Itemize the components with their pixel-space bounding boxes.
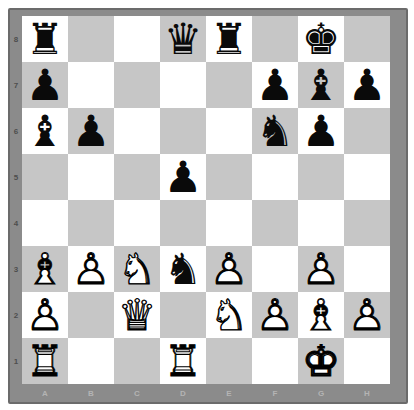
white-rook-outline: ♖ xyxy=(22,338,68,384)
piece-black-pawn[interactable]: ♟ xyxy=(160,154,206,200)
black-knight-glyph: ♞ xyxy=(252,108,298,154)
piece-white-knight[interactable]: ♞♘ xyxy=(114,246,160,292)
piece-black-queen[interactable]: ♛ xyxy=(160,16,206,62)
page-background: 8 7 6 5 4 3 2 1 ♜♛♜♚♟♟♝♟♝♟♞♟♟♝♗♟♙♞♘♞♟♙♟♙… xyxy=(0,0,414,410)
piece-black-pawn[interactable]: ♟ xyxy=(22,62,68,108)
piece-black-pawn[interactable]: ♟ xyxy=(344,62,390,108)
piece-white-rook[interactable]: ♜♖ xyxy=(22,338,68,384)
square-c2[interactable]: ♛♕ xyxy=(114,292,160,338)
file-label-d: D xyxy=(160,384,206,402)
square-h6[interactable] xyxy=(344,108,390,154)
white-pawn-outline: ♙ xyxy=(252,292,298,338)
square-d8[interactable]: ♛ xyxy=(160,16,206,62)
piece-white-pawn[interactable]: ♟♙ xyxy=(298,246,344,292)
square-e8[interactable]: ♜ xyxy=(206,16,252,62)
square-f2[interactable]: ♟♙ xyxy=(252,292,298,338)
rank-label-1: 1 xyxy=(10,338,22,384)
square-g8[interactable]: ♚ xyxy=(298,16,344,62)
file-label-b: B xyxy=(68,384,114,402)
white-bishop-outline: ♗ xyxy=(22,246,68,292)
white-king-outline: ♔ xyxy=(298,338,344,384)
file-labels: A B C D E F G H xyxy=(22,384,390,402)
square-a2[interactable]: ♟♙ xyxy=(22,292,68,338)
file-label-c: C xyxy=(114,384,160,402)
piece-black-knight[interactable]: ♞ xyxy=(252,108,298,154)
square-g4[interactable] xyxy=(298,200,344,246)
piece-black-rook[interactable]: ♜ xyxy=(22,16,68,62)
square-e5[interactable] xyxy=(206,154,252,200)
square-d5[interactable]: ♟ xyxy=(160,154,206,200)
square-e1[interactable] xyxy=(206,338,252,384)
file-label-f: F xyxy=(252,384,298,402)
piece-black-king[interactable]: ♚ xyxy=(298,16,344,62)
square-f1[interactable] xyxy=(252,338,298,384)
square-f7[interactable]: ♟ xyxy=(252,62,298,108)
square-e7[interactable] xyxy=(206,62,252,108)
rank-labels: 8 7 6 5 4 3 2 1 xyxy=(10,16,22,384)
square-a4[interactable] xyxy=(22,200,68,246)
piece-white-pawn[interactable]: ♟♙ xyxy=(344,292,390,338)
white-pawn-outline: ♙ xyxy=(22,292,68,338)
black-rook-glyph: ♜ xyxy=(206,16,252,62)
black-pawn-glyph: ♟ xyxy=(252,62,298,108)
piece-white-pawn[interactable]: ♟♙ xyxy=(68,246,114,292)
piece-white-pawn[interactable]: ♟♙ xyxy=(22,292,68,338)
square-h7[interactable]: ♟ xyxy=(344,62,390,108)
square-b2[interactable] xyxy=(68,292,114,338)
piece-white-knight[interactable]: ♞♘ xyxy=(206,292,252,338)
square-b4[interactable] xyxy=(68,200,114,246)
piece-white-rook[interactable]: ♜♖ xyxy=(160,338,206,384)
square-d2[interactable] xyxy=(160,292,206,338)
file-label-a: A xyxy=(22,384,68,402)
black-pawn-glyph: ♟ xyxy=(344,62,390,108)
square-g3[interactable]: ♟♙ xyxy=(298,246,344,292)
black-pawn-glyph: ♟ xyxy=(68,108,114,154)
square-b7[interactable] xyxy=(68,62,114,108)
rank-label-7: 7 xyxy=(10,62,22,108)
square-e2[interactable]: ♞♘ xyxy=(206,292,252,338)
piece-black-pawn[interactable]: ♟ xyxy=(252,62,298,108)
square-h3[interactable] xyxy=(344,246,390,292)
square-c5[interactable] xyxy=(114,154,160,200)
white-bishop-outline: ♗ xyxy=(298,292,344,338)
rank-label-6: 6 xyxy=(10,108,22,154)
square-d3[interactable]: ♞ xyxy=(160,246,206,292)
square-h8[interactable] xyxy=(344,16,390,62)
square-h5[interactable] xyxy=(344,154,390,200)
square-f8[interactable] xyxy=(252,16,298,62)
square-c8[interactable] xyxy=(114,16,160,62)
rank-label-8: 8 xyxy=(10,16,22,62)
square-h1[interactable] xyxy=(344,338,390,384)
square-b6[interactable]: ♟ xyxy=(68,108,114,154)
square-a5[interactable] xyxy=(22,154,68,200)
square-b8[interactable] xyxy=(68,16,114,62)
white-queen-outline: ♕ xyxy=(114,292,160,338)
piece-white-pawn[interactable]: ♟♙ xyxy=(252,292,298,338)
piece-white-bishop[interactable]: ♝♗ xyxy=(22,246,68,292)
square-c1[interactable] xyxy=(114,338,160,384)
square-b1[interactable] xyxy=(68,338,114,384)
white-pawn-outline: ♙ xyxy=(68,246,114,292)
piece-white-king[interactable]: ♚♔ xyxy=(298,338,344,384)
white-pawn-outline: ♙ xyxy=(344,292,390,338)
piece-black-pawn[interactable]: ♟ xyxy=(68,108,114,154)
square-c6[interactable] xyxy=(114,108,160,154)
piece-black-knight[interactable]: ♞ xyxy=(160,246,206,292)
square-a7[interactable]: ♟ xyxy=(22,62,68,108)
black-rook-glyph: ♜ xyxy=(22,16,68,62)
piece-black-pawn[interactable]: ♟ xyxy=(298,108,344,154)
rank-label-4: 4 xyxy=(10,200,22,246)
square-b5[interactable] xyxy=(68,154,114,200)
black-bishop-glyph: ♝ xyxy=(298,62,344,108)
black-pawn-glyph: ♟ xyxy=(160,154,206,200)
black-pawn-glyph: ♟ xyxy=(22,62,68,108)
white-knight-outline: ♘ xyxy=(206,292,252,338)
square-a6[interactable]: ♝ xyxy=(22,108,68,154)
black-queen-glyph: ♛ xyxy=(160,16,206,62)
rank-label-2: 2 xyxy=(10,292,22,338)
file-label-g: G xyxy=(298,384,344,402)
piece-black-rook[interactable]: ♜ xyxy=(206,16,252,62)
square-d1[interactable]: ♜♖ xyxy=(160,338,206,384)
square-b3[interactable]: ♟♙ xyxy=(68,246,114,292)
black-king-glyph: ♚ xyxy=(298,16,344,62)
square-c3[interactable]: ♞♘ xyxy=(114,246,160,292)
square-a8[interactable]: ♜ xyxy=(22,16,68,62)
white-pawn-outline: ♙ xyxy=(206,246,252,292)
rank-label-5: 5 xyxy=(10,154,22,200)
square-c4[interactable] xyxy=(114,200,160,246)
square-h2[interactable]: ♟♙ xyxy=(344,292,390,338)
white-rook-outline: ♖ xyxy=(160,338,206,384)
square-f4[interactable] xyxy=(252,200,298,246)
black-knight-glyph: ♞ xyxy=(160,246,206,292)
square-f5[interactable] xyxy=(252,154,298,200)
piece-white-queen[interactable]: ♛♕ xyxy=(114,292,160,338)
piece-white-pawn[interactable]: ♟♙ xyxy=(206,246,252,292)
square-e6[interactable] xyxy=(206,108,252,154)
square-f6[interactable]: ♞ xyxy=(252,108,298,154)
square-g6[interactable]: ♟ xyxy=(298,108,344,154)
chess-board: ♜♛♜♚♟♟♝♟♝♟♞♟♟♝♗♟♙♞♘♞♟♙♟♙♟♙♛♕♞♘♟♙♝♗♟♙♜♖♜♖… xyxy=(22,16,390,384)
rank-label-3: 3 xyxy=(10,246,22,292)
square-c7[interactable] xyxy=(114,62,160,108)
square-g2[interactable]: ♝♗ xyxy=(298,292,344,338)
square-d6[interactable] xyxy=(160,108,206,154)
file-label-h: H xyxy=(344,384,390,402)
piece-white-bishop[interactable]: ♝♗ xyxy=(298,292,344,338)
square-e4[interactable] xyxy=(206,200,252,246)
square-g5[interactable] xyxy=(298,154,344,200)
square-e3[interactable]: ♟♙ xyxy=(206,246,252,292)
chess-board-frame: 8 7 6 5 4 3 2 1 ♜♛♜♚♟♟♝♟♝♟♞♟♟♝♗♟♙♞♘♞♟♙♟♙… xyxy=(8,8,408,404)
white-knight-outline: ♘ xyxy=(114,246,160,292)
square-a3[interactable]: ♝♗ xyxy=(22,246,68,292)
square-f3[interactable] xyxy=(252,246,298,292)
square-g7[interactable]: ♝ xyxy=(298,62,344,108)
square-d4[interactable] xyxy=(160,200,206,246)
white-pawn-outline: ♙ xyxy=(298,246,344,292)
square-g1[interactable]: ♚♔ xyxy=(298,338,344,384)
black-pawn-glyph: ♟ xyxy=(298,108,344,154)
square-d7[interactable] xyxy=(160,62,206,108)
piece-black-bishop[interactable]: ♝ xyxy=(298,62,344,108)
square-a1[interactable]: ♜♖ xyxy=(22,338,68,384)
piece-black-bishop[interactable]: ♝ xyxy=(22,108,68,154)
square-h4[interactable] xyxy=(344,200,390,246)
black-bishop-glyph: ♝ xyxy=(22,108,68,154)
file-label-e: E xyxy=(206,384,252,402)
